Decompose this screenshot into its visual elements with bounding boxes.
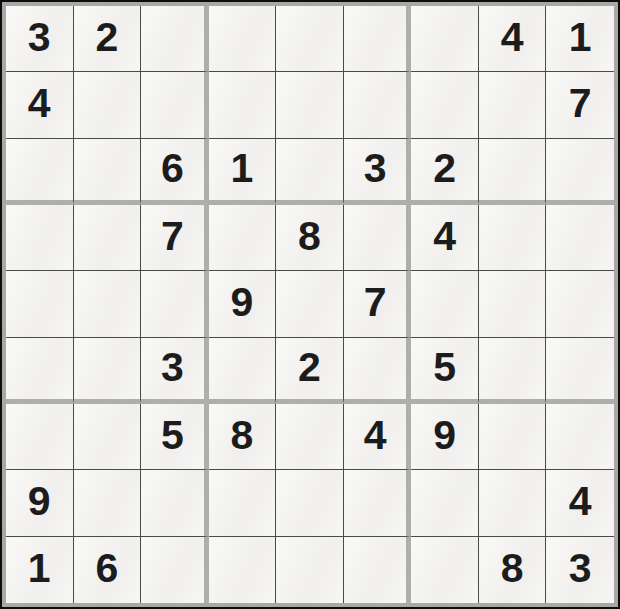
sudoku-cell-empty[interactable] [546,271,614,337]
sudoku-grid: 3241476132784973255849941683 [6,6,614,603]
sudoku-cell-empty[interactable] [411,72,479,138]
sudoku-cell-given[interactable]: 6 [141,139,209,205]
sudoku-cell-empty[interactable] [411,470,479,536]
sudoku-cell-given[interactable]: 9 [209,271,277,337]
sudoku-cell-given[interactable]: 2 [276,338,344,404]
sudoku-cell-given[interactable]: 9 [411,404,479,470]
sudoku-cell-empty[interactable] [276,72,344,138]
sudoku-cell-given[interactable]: 5 [141,404,209,470]
sudoku-cell-given[interactable]: 8 [276,205,344,271]
sudoku-cell-given[interactable]: 8 [479,537,547,603]
sudoku-cell-given[interactable]: 7 [344,271,412,337]
sudoku-cell-empty[interactable] [479,338,547,404]
sudoku-cell-empty[interactable] [344,470,412,536]
sudoku-cell-empty[interactable] [74,470,142,536]
sudoku-cell-given[interactable]: 6 [74,537,142,603]
sudoku-cell-given[interactable]: 1 [209,139,277,205]
sudoku-board-frame: 3241476132784973255849941683 [0,0,620,609]
sudoku-cell-given[interactable]: 2 [411,139,479,205]
sudoku-cell-empty[interactable] [74,72,142,138]
sudoku-cell-empty[interactable] [141,271,209,337]
sudoku-cell-given[interactable]: 1 [6,537,74,603]
sudoku-cell-given[interactable]: 4 [344,404,412,470]
sudoku-cell-empty[interactable] [546,338,614,404]
sudoku-cell-given[interactable]: 4 [546,470,614,536]
sudoku-cell-empty[interactable] [546,139,614,205]
sudoku-cell-empty[interactable] [209,338,277,404]
sudoku-cell-empty[interactable] [344,338,412,404]
sudoku-cell-empty[interactable] [209,72,277,138]
sudoku-cell-empty[interactable] [479,271,547,337]
sudoku-cell-empty[interactable] [546,205,614,271]
sudoku-cell-empty[interactable] [141,72,209,138]
sudoku-cell-empty[interactable] [344,537,412,603]
sudoku-cell-empty[interactable] [344,72,412,138]
sudoku-cell-empty[interactable] [74,404,142,470]
sudoku-cell-empty[interactable] [74,139,142,205]
sudoku-cell-empty[interactable] [74,271,142,337]
sudoku-cell-given[interactable]: 2 [74,6,142,72]
sudoku-cell-empty[interactable] [276,6,344,72]
sudoku-cell-empty[interactable] [276,470,344,536]
sudoku-cell-empty[interactable] [6,139,74,205]
sudoku-cell-empty[interactable] [6,205,74,271]
sudoku-cell-given[interactable]: 3 [344,139,412,205]
sudoku-cell-given[interactable]: 4 [479,6,547,72]
sudoku-cell-empty[interactable] [479,470,547,536]
sudoku-cell-empty[interactable] [344,205,412,271]
sudoku-cell-empty[interactable] [276,139,344,205]
sudoku-cell-empty[interactable] [209,205,277,271]
sudoku-cell-empty[interactable] [209,470,277,536]
sudoku-cell-empty[interactable] [74,205,142,271]
sudoku-board-border: 3241476132784973255849941683 [2,2,618,607]
sudoku-cell-empty[interactable] [141,470,209,536]
sudoku-cell-given[interactable]: 8 [209,404,277,470]
sudoku-cell-empty[interactable] [6,338,74,404]
sudoku-cell-empty[interactable] [276,271,344,337]
sudoku-cell-empty[interactable] [546,404,614,470]
sudoku-cell-empty[interactable] [479,72,547,138]
sudoku-cell-empty[interactable] [479,139,547,205]
sudoku-cell-empty[interactable] [276,404,344,470]
sudoku-cell-given[interactable]: 3 [6,6,74,72]
sudoku-cell-given[interactable]: 9 [6,470,74,536]
sudoku-cell-empty[interactable] [141,6,209,72]
sudoku-cell-empty[interactable] [344,6,412,72]
sudoku-cell-empty[interactable] [209,6,277,72]
sudoku-cell-empty[interactable] [479,205,547,271]
sudoku-cell-given[interactable]: 7 [141,205,209,271]
sudoku-cell-given[interactable]: 3 [141,338,209,404]
sudoku-cell-empty[interactable] [6,271,74,337]
sudoku-cell-empty[interactable] [74,338,142,404]
sudoku-cell-empty[interactable] [411,537,479,603]
sudoku-cell-given[interactable]: 4 [6,72,74,138]
sudoku-cell-empty[interactable] [411,271,479,337]
sudoku-cell-given[interactable]: 3 [546,537,614,603]
sudoku-cell-empty[interactable] [209,537,277,603]
sudoku-cell-empty[interactable] [479,404,547,470]
sudoku-cell-given[interactable]: 4 [411,205,479,271]
sudoku-cell-empty[interactable] [141,537,209,603]
sudoku-cell-given[interactable]: 5 [411,338,479,404]
sudoku-cell-given[interactable]: 7 [546,72,614,138]
sudoku-cell-given[interactable]: 1 [546,6,614,72]
sudoku-cell-empty[interactable] [276,537,344,603]
sudoku-cell-empty[interactable] [6,404,74,470]
sudoku-cell-empty[interactable] [411,6,479,72]
